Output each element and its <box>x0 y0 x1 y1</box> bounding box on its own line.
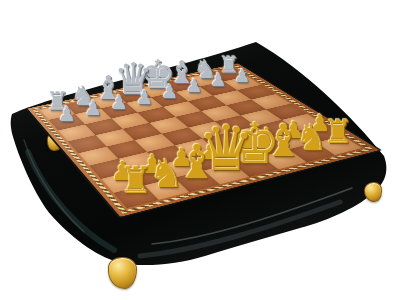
piece-gold-rook[interactable]: ♜ <box>119 163 152 200</box>
piece-silver-pawn[interactable]: ♟ <box>136 87 153 106</box>
piece-silver-pawn[interactable]: ♟ <box>210 72 227 91</box>
piece-silver-pawn[interactable]: ♟ <box>110 93 128 113</box>
pieces-layer: ♜♞♝♛♚♝♞♜♟♟♟♟♟♟♟♟♟♟♟♟♟♟♟♟♜♞♝♛♚♝♞♜ <box>0 0 400 300</box>
piece-silver-pawn[interactable]: ♟ <box>234 67 250 85</box>
piece-gold-rook[interactable]: ♜ <box>324 116 353 149</box>
piece-silver-pawn[interactable]: ♟ <box>186 77 203 96</box>
piece-silver-pawn[interactable]: ♟ <box>58 104 76 124</box>
piece-gold-knight[interactable]: ♞ <box>149 154 184 193</box>
piece-silver-pawn[interactable]: ♟ <box>161 82 178 101</box>
piece-silver-pawn[interactable]: ♟ <box>84 98 102 118</box>
scene: ♜♞♝♛♚♝♞♜♟♟♟♟♟♟♟♟♟♟♟♟♟♟♟♟♜♞♝♛♚♝♞♜ <box>0 0 400 300</box>
